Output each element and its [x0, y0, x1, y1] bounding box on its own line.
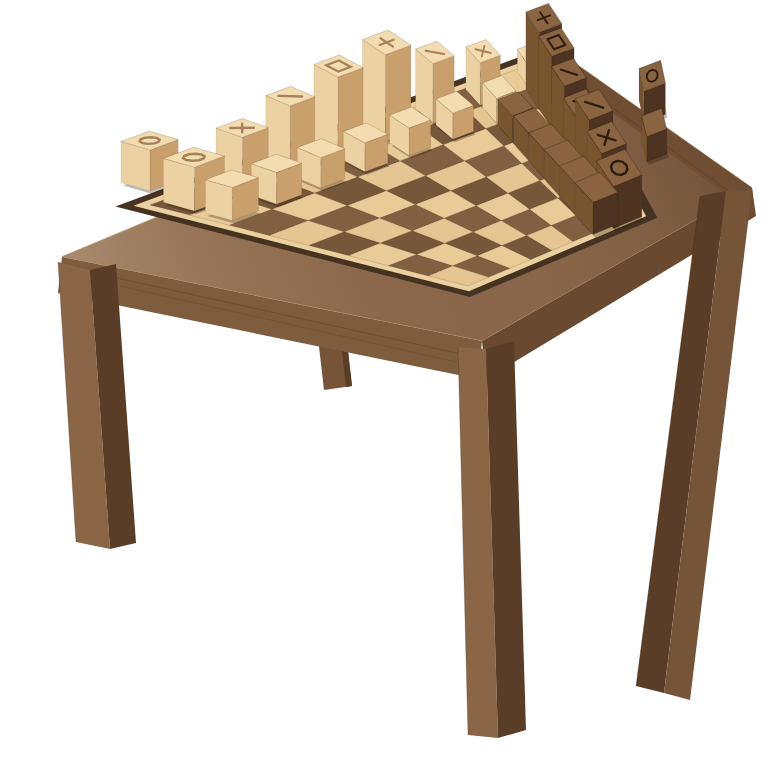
product-photo	[0, 0, 768, 768]
table-leg-front	[458, 341, 526, 738]
chess-table-photo	[0, 0, 768, 768]
white-pawn[interactable]	[251, 154, 303, 207]
white-pawn[interactable]	[205, 170, 260, 224]
white-pawn[interactable]	[297, 139, 347, 191]
